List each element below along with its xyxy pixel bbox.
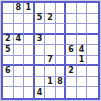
cell-r9c5[interactable]: [45, 87, 56, 98]
cell-r7c4[interactable]: [35, 66, 46, 77]
cell-r6c4[interactable]: [35, 56, 46, 67]
cell-r7c8[interactable]: [77, 66, 88, 77]
cell-r4c6[interactable]: [56, 35, 67, 46]
given-digit: 6: [5, 67, 11, 75]
cell-r6c5[interactable]: 7: [45, 56, 56, 67]
cell-r2c5[interactable]: 2: [45, 14, 56, 25]
cell-r4c5[interactable]: [45, 35, 56, 46]
cell-r9c6[interactable]: [56, 87, 67, 98]
given-digit: 1: [26, 4, 32, 12]
cell-r6c1[interactable]: [3, 56, 14, 67]
given-digit: 5: [37, 14, 43, 22]
cell-r8c7[interactable]: [66, 77, 77, 88]
cell-r9c9[interactable]: [87, 87, 98, 98]
cell-r3c3[interactable]: [24, 24, 35, 35]
cell-r4c3[interactable]: [24, 35, 35, 46]
cell-r9c2[interactable]: [14, 87, 25, 98]
given-digit: 7: [47, 56, 53, 64]
cell-r5c1[interactable]: 5: [3, 45, 14, 56]
given-digit: 2: [5, 35, 11, 43]
cell-r4c4[interactable]: 3: [35, 35, 46, 46]
cell-r2c2[interactable]: [14, 14, 25, 25]
cell-r2c7[interactable]: [66, 14, 77, 25]
cell-r8c1[interactable]: [3, 77, 14, 88]
cell-r8c2[interactable]: [14, 77, 25, 88]
cell-r4c1[interactable]: 2: [3, 35, 14, 46]
cell-r9c8[interactable]: [77, 87, 88, 98]
cell-r1c3[interactable]: 1: [24, 3, 35, 14]
cell-r1c6[interactable]: [56, 3, 67, 14]
cell-r1c8[interactable]: [77, 3, 88, 14]
cell-r2c9[interactable]: [87, 14, 98, 25]
cell-r9c4[interactable]: 4: [35, 87, 46, 98]
cell-r3c8[interactable]: [77, 24, 88, 35]
cell-r5c3[interactable]: [24, 45, 35, 56]
cell-r3c5[interactable]: [45, 24, 56, 35]
cell-r3c6[interactable]: [56, 24, 67, 35]
given-digit: 2: [68, 67, 74, 75]
cell-r3c7[interactable]: [66, 24, 77, 35]
cell-r2c6[interactable]: [56, 14, 67, 25]
cell-r2c8[interactable]: [77, 14, 88, 25]
given-digit: 6: [68, 46, 74, 54]
given-digit: 8: [57, 78, 63, 86]
cell-r9c7[interactable]: [66, 87, 77, 98]
cell-r8c4[interactable]: [35, 77, 46, 88]
cell-r8c5[interactable]: 1: [45, 77, 56, 88]
cell-r6c6[interactable]: [56, 56, 67, 67]
cell-r2c4[interactable]: 5: [35, 14, 46, 25]
cell-r7c5[interactable]: [45, 66, 56, 77]
cell-r6c8[interactable]: 1: [77, 56, 88, 67]
given-digit: 1: [79, 56, 85, 64]
cell-r4c7[interactable]: [66, 35, 77, 46]
cell-r8c3[interactable]: [24, 77, 35, 88]
cell-r4c9[interactable]: [87, 35, 98, 46]
cell-r8c9[interactable]: [87, 77, 98, 88]
cell-r5c4[interactable]: [35, 45, 46, 56]
cell-r7c3[interactable]: [24, 66, 35, 77]
given-digit: 4: [37, 89, 43, 97]
given-digit: 8: [16, 4, 22, 12]
cell-r1c1[interactable]: [3, 3, 14, 14]
cell-r7c9[interactable]: [87, 66, 98, 77]
cell-r5c2[interactable]: [14, 45, 25, 56]
cell-r8c8[interactable]: [77, 77, 88, 88]
cell-r1c5[interactable]: [45, 3, 56, 14]
cell-r7c6[interactable]: [56, 66, 67, 77]
cell-r4c8[interactable]: [77, 35, 88, 46]
cell-r3c9[interactable]: [87, 24, 98, 35]
cell-r1c2[interactable]: 8: [14, 3, 25, 14]
given-digit: 3: [37, 35, 43, 43]
given-digit: 4: [79, 46, 85, 54]
given-digit: 4: [16, 35, 22, 43]
cell-r6c3[interactable]: [24, 56, 35, 67]
cell-r6c2[interactable]: [14, 56, 25, 67]
cell-r6c9[interactable]: [87, 56, 98, 67]
cell-r7c1[interactable]: 6: [3, 66, 14, 77]
cell-r3c1[interactable]: [3, 24, 14, 35]
cell-r9c3[interactable]: [24, 87, 35, 98]
cell-r5c9[interactable]: [87, 45, 98, 56]
cell-r2c3[interactable]: [24, 14, 35, 25]
cell-r8c6[interactable]: 8: [56, 77, 67, 88]
cell-r2c1[interactable]: [3, 14, 14, 25]
cell-r3c2[interactable]: [14, 24, 25, 35]
given-digit: 1: [47, 78, 53, 86]
cell-r1c7[interactable]: [66, 3, 77, 14]
cell-r5c6[interactable]: [56, 45, 67, 56]
sudoku-frame: 81522435647162184: [0, 0, 101, 101]
cell-r1c9[interactable]: [87, 3, 98, 14]
given-digit: 5: [5, 46, 11, 54]
given-digit: 2: [47, 14, 53, 22]
sudoku-board: 81522435647162184: [1, 1, 100, 100]
cell-r5c7[interactable]: 6: [66, 45, 77, 56]
cell-r9c1[interactable]: [3, 87, 14, 98]
cell-r1c4[interactable]: [35, 3, 46, 14]
cell-r3c4[interactable]: [35, 24, 46, 35]
cell-r4c2[interactable]: 4: [14, 35, 25, 46]
cell-r6c7[interactable]: [66, 56, 77, 67]
cell-r7c2[interactable]: [14, 66, 25, 77]
cell-r7c7[interactable]: 2: [66, 66, 77, 77]
